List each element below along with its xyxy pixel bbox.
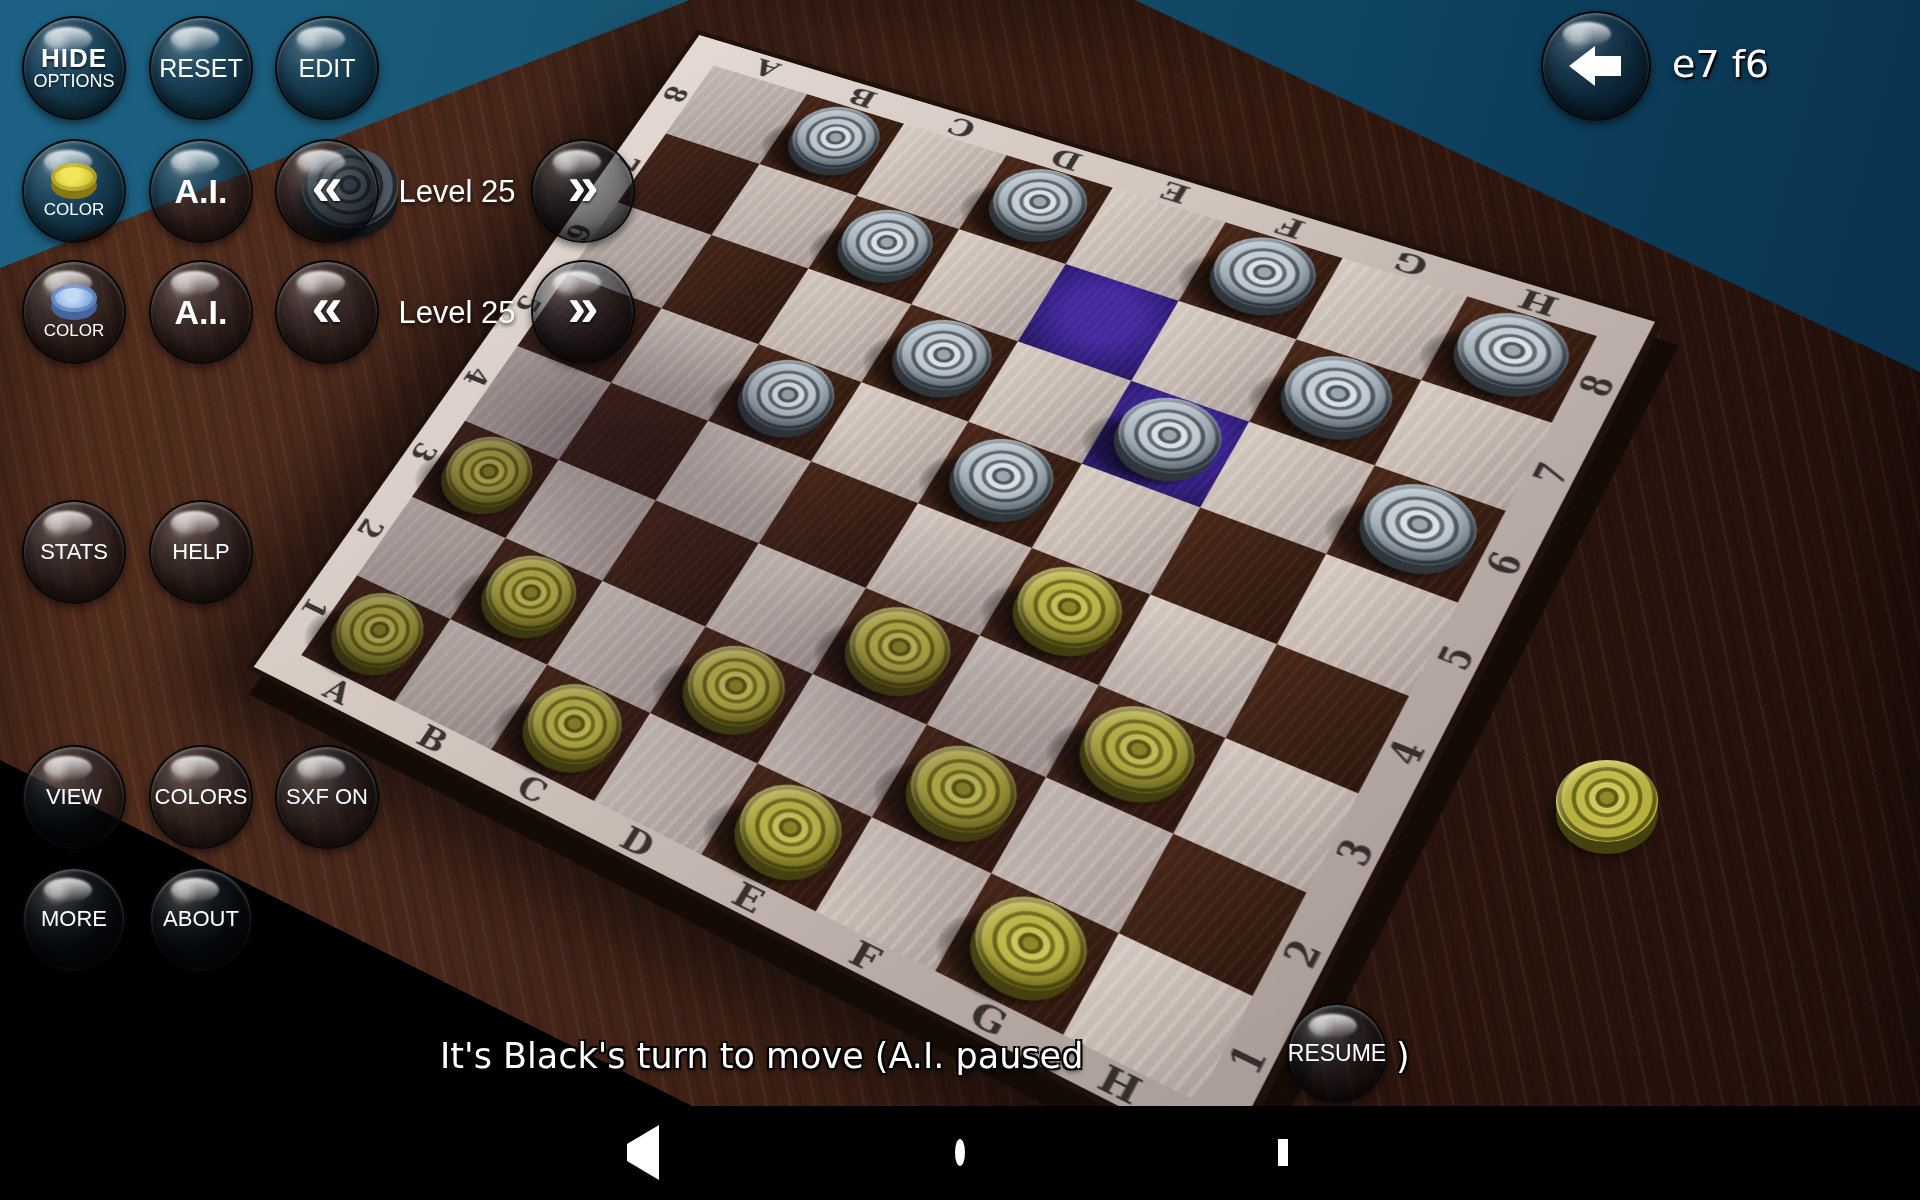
- level-label-top: Level 25: [362, 174, 552, 210]
- ai-button-top[interactable]: A.I.: [149, 139, 253, 243]
- captured-yellow-piece: [1556, 760, 1658, 842]
- stats-label: STATS: [40, 539, 108, 565]
- reset-label: RESET: [159, 54, 242, 83]
- about-label: ABOUT: [163, 906, 239, 932]
- sxf-label: SXF ON: [286, 784, 368, 810]
- level-label-bottom: Level 25: [362, 295, 552, 331]
- resume-button[interactable]: RESUME: [1287, 1003, 1387, 1103]
- status-suffix: ): [1396, 1036, 1410, 1076]
- rank-label-right-1: 1: [1219, 1037, 1277, 1081]
- android-nav-bar: [0, 1106, 1920, 1200]
- chevron-left-icon: «: [311, 161, 342, 211]
- color-button-yellow[interactable]: COLOR: [22, 139, 126, 243]
- app-screen: AABBCCDDEEFFGGHH8877665544332211 HIDE OP…: [0, 0, 1920, 1200]
- rank-label-right-5: 5: [1428, 639, 1484, 676]
- undo-move-button[interactable]: [1541, 11, 1651, 121]
- nav-recents-icon[interactable]: [1278, 1144, 1288, 1162]
- nav-back-icon[interactable]: [627, 1144, 659, 1162]
- nav-home-icon[interactable]: [955, 1144, 965, 1162]
- rank-label-right-3: 3: [1327, 832, 1384, 872]
- ai-bottom-label: A.I.: [175, 293, 228, 332]
- hide-options-button[interactable]: HIDE OPTIONS: [22, 16, 126, 120]
- view-button[interactable]: VIEW: [22, 745, 126, 849]
- chevron-right-icon: »: [567, 161, 598, 211]
- colors-button[interactable]: COLORS: [149, 745, 253, 849]
- edit-label: EDIT: [299, 54, 356, 83]
- hide-options-label-2: OPTIONS: [33, 72, 114, 91]
- back-arrow-icon: [1569, 46, 1623, 86]
- status-message: It's Black's turn to move (A.I. paused: [440, 1036, 1083, 1076]
- more-button[interactable]: MORE: [22, 867, 126, 971]
- resume-label: RESUME: [1288, 1040, 1386, 1067]
- more-label: MORE: [41, 906, 107, 932]
- level-up-button-bottom[interactable]: »: [531, 260, 635, 364]
- help-button[interactable]: HELP: [149, 500, 253, 604]
- sxf-toggle-button[interactable]: SXF ON: [275, 745, 379, 849]
- rank-label-right-6: 6: [1476, 547, 1532, 582]
- about-button[interactable]: ABOUT: [149, 867, 253, 971]
- level-up-button-top[interactable]: »: [531, 139, 635, 243]
- hide-options-label-1: HIDE: [41, 45, 107, 72]
- edit-button[interactable]: EDIT: [275, 16, 379, 120]
- rank-label-right-4: 4: [1378, 734, 1435, 773]
- rank-label-right-8: 8: [1569, 370, 1624, 402]
- rank-label-right-2: 2: [1274, 933, 1332, 975]
- ai-top-label: A.I.: [175, 172, 228, 211]
- chevron-left-icon: «: [311, 282, 342, 332]
- blue-checker-icon: [50, 284, 98, 320]
- ai-button-bottom[interactable]: A.I.: [149, 260, 253, 364]
- view-label: VIEW: [46, 784, 102, 810]
- yellow-checker-icon: [50, 163, 98, 199]
- chevron-right-icon: »: [567, 282, 598, 332]
- colors-label: COLORS: [155, 784, 248, 810]
- stats-button[interactable]: STATS: [22, 500, 126, 604]
- color-bottom-label: COLOR: [44, 321, 104, 341]
- help-label: HELP: [172, 539, 229, 565]
- last-move-text: e7 f6: [1672, 42, 1769, 86]
- reset-button[interactable]: RESET: [149, 16, 253, 120]
- color-top-label: COLOR: [44, 200, 104, 220]
- rank-label-right-7: 7: [1524, 457, 1579, 490]
- color-button-blue[interactable]: COLOR: [22, 260, 126, 364]
